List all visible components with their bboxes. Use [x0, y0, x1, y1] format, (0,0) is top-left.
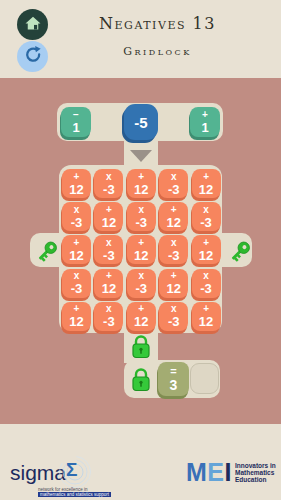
tile-op: + — [171, 271, 177, 281]
tile-op: + — [138, 238, 144, 248]
tile-value: -3 — [136, 216, 148, 229]
page-subtitle: Gridlock — [34, 45, 281, 58]
tile-op: − — [73, 110, 79, 120]
tile-value: 12 — [199, 249, 213, 262]
sigma-symbol: Σ — [66, 459, 77, 481]
tile-op: = — [170, 366, 176, 377]
tile-value: -3 — [103, 315, 115, 328]
modifier-tile-minus-1[interactable]: − 1 — [61, 107, 91, 137]
tile-value: -3 — [103, 249, 115, 262]
gridlock-app: Negatives 13 Gridlock − 1 -5 + 1 +12x-3+… — [0, 0, 281, 500]
grid-tile-r2c3[interactable]: x-3 — [127, 202, 156, 231]
grid-tile-r5c1[interactable]: +12 — [62, 302, 91, 331]
grid-tile-r4c2[interactable]: +12 — [94, 269, 123, 298]
tile-op: + — [203, 304, 209, 314]
tile-value: 1 — [72, 121, 79, 134]
tile-op: + — [138, 304, 144, 314]
tile-value: -3 — [168, 249, 180, 262]
grid-tile-r5c4[interactable]: x-3 — [159, 302, 188, 331]
tile-op: x — [74, 271, 80, 281]
tile-op: x — [106, 172, 112, 182]
operation-grid: +12x-3+12x-3+12x-3+12x-3+12x-3+12x-3+12x… — [62, 169, 221, 331]
tile-value: 12 — [199, 315, 213, 328]
tile-op: + — [203, 172, 209, 182]
tile-value: -3 — [200, 216, 212, 229]
tile-op: x — [106, 238, 112, 248]
tile-op: x — [171, 172, 177, 182]
padlock-icon-top — [130, 333, 152, 359]
tile-value: 12 — [102, 282, 116, 295]
grid-tile-r5c3[interactable]: +12 — [127, 302, 156, 331]
grid-tile-r3c4[interactable]: x-3 — [159, 235, 188, 264]
start-tile-minus-5[interactable]: -5 — [124, 104, 158, 140]
tile-value: -3 — [200, 282, 212, 295]
answer-slot[interactable] — [190, 363, 219, 394]
tile-op: + — [171, 205, 177, 215]
padlock-icon-bottom — [130, 366, 152, 392]
grid-tile-r2c5[interactable]: x-3 — [192, 202, 221, 231]
key-icon-right — [227, 238, 253, 265]
tile-value: -5 — [134, 115, 147, 130]
grid-tile-r1c2[interactable]: x-3 — [94, 169, 123, 198]
grid-tile-r4c1[interactable]: x-3 — [62, 269, 91, 298]
grid-tile-r5c2[interactable]: x-3 — [94, 302, 123, 331]
modifier-tile-plus-1[interactable]: + 1 — [190, 107, 220, 137]
tile-op: x — [171, 304, 177, 314]
sigma-tagline-2: mathematics and statistics support — [38, 492, 111, 497]
grid-tile-r2c4[interactable]: +12 — [159, 202, 188, 231]
grid-tile-r1c1[interactable]: +12 — [62, 169, 91, 198]
tile-op: x — [139, 271, 145, 281]
tile-op: + — [74, 304, 80, 314]
tile-value: -3 — [103, 183, 115, 196]
grid-tile-r3c1[interactable]: +12 — [62, 235, 91, 264]
tile-value: -3 — [136, 282, 148, 295]
grid-tile-r1c3[interactable]: +12 — [127, 169, 156, 198]
tile-value: 12 — [69, 315, 83, 328]
tile-value: 12 — [134, 249, 148, 262]
tile-op: x — [106, 304, 112, 314]
tile-op: + — [74, 238, 80, 248]
tile-op: + — [203, 238, 209, 248]
grid-tile-r5c5[interactable]: +12 — [192, 302, 221, 331]
grid-tile-r2c1[interactable]: x-3 — [62, 202, 91, 231]
tile-value: -3 — [168, 315, 180, 328]
tile-value: 12 — [69, 183, 83, 196]
tile-value: 12 — [166, 216, 180, 229]
tile-op: + — [74, 172, 80, 182]
entry-arrow-icon — [130, 150, 152, 162]
mei-letter-i: I — [225, 461, 232, 484]
page-title: Negatives 13 — [34, 14, 281, 33]
mei-tagline: Innovators inMathematicsEducation — [235, 461, 276, 483]
grid-tile-r3c3[interactable]: +12 — [127, 235, 156, 264]
tile-value: -3 — [168, 183, 180, 196]
tile-op: x — [203, 271, 209, 281]
grid-tile-r4c4[interactable]: +12 — [159, 269, 188, 298]
mei-letter-m: M — [186, 461, 207, 484]
grid-tile-r1c5[interactable]: +12 — [192, 169, 221, 198]
tile-value: 12 — [69, 249, 83, 262]
tile-op: + — [138, 172, 144, 182]
tile-value: 12 — [134, 315, 148, 328]
tile-value: 1 — [201, 121, 208, 134]
key-icon-left — [34, 238, 60, 265]
tile-value: 12 — [134, 183, 148, 196]
tile-op: x — [171, 238, 177, 248]
tile-op: x — [139, 205, 145, 215]
grid-tile-r4c3[interactable]: x-3 — [127, 269, 156, 298]
mei-letter-e: E — [207, 461, 224, 484]
goal-tile-equals-3: = 3 — [158, 362, 189, 396]
tile-op: + — [202, 110, 208, 120]
sigma-logo: sigma Σ network for excellence in mathem… — [8, 455, 123, 497]
tile-op: + — [106, 271, 112, 281]
grid-tile-r4c5[interactable]: x-3 — [192, 269, 221, 298]
grid-tile-r2c2[interactable]: +12 — [94, 202, 123, 231]
tile-value: 12 — [199, 183, 213, 196]
tile-op: + — [106, 205, 112, 215]
grid-tile-r1c4[interactable]: x-3 — [159, 169, 188, 198]
tile-value: -3 — [71, 216, 83, 229]
mei-logo: M E I Innovators inMathematicsEducation — [186, 461, 276, 484]
tile-value: 3 — [170, 378, 178, 392]
tile-op: x — [203, 205, 209, 215]
grid-tile-r3c2[interactable]: x-3 — [94, 235, 123, 264]
tile-value: 12 — [102, 216, 116, 229]
grid-tile-r3c5[interactable]: +12 — [192, 235, 221, 264]
tile-value: 12 — [166, 282, 180, 295]
tile-value: -3 — [71, 282, 83, 295]
tile-op: x — [74, 205, 80, 215]
